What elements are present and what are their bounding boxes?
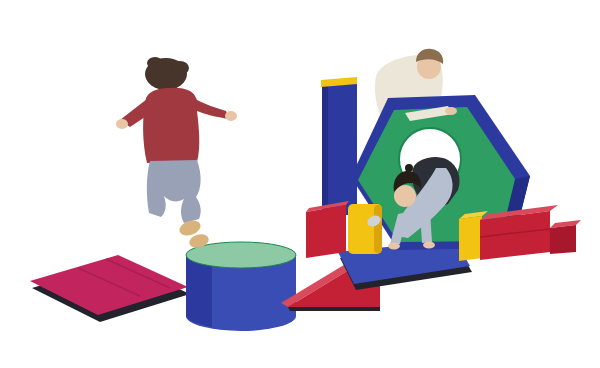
product-photo — [0, 0, 600, 368]
red-block-left — [306, 201, 349, 258]
blue-column — [321, 77, 357, 215]
red-block-left-front — [306, 205, 346, 258]
jumping-boy-pants — [147, 160, 201, 223]
jumping-boy-right-hand — [225, 111, 237, 121]
crawling-girl-hair-topknot — [405, 164, 413, 172]
red-steps-right — [480, 205, 581, 260]
column-shade — [322, 83, 328, 215]
pink-tumbling-mat — [30, 255, 190, 322]
crawling-girl-right-hand — [423, 242, 435, 249]
crawling-girl-left-hand — [388, 243, 400, 250]
yellow-block-right-front — [459, 216, 482, 261]
yellow-block-left — [348, 204, 382, 254]
scene-photo — [0, 0, 600, 368]
climbing-boy-hand — [445, 107, 457, 115]
jumping-boy-hair-side — [171, 61, 189, 75]
red-step-lower-front — [550, 225, 576, 254]
wedge-base-edge — [288, 307, 380, 311]
yellow-block-left-shade — [374, 205, 382, 253]
jumping-boy-left-hand — [116, 119, 128, 129]
jumping-boy — [116, 57, 237, 250]
crawling-girl-right-arm — [420, 212, 432, 243]
jumping-boy-hair-tuft — [147, 57, 163, 69]
jumping-boy-shirt — [143, 88, 229, 163]
round-cylinder-platform — [186, 242, 296, 331]
